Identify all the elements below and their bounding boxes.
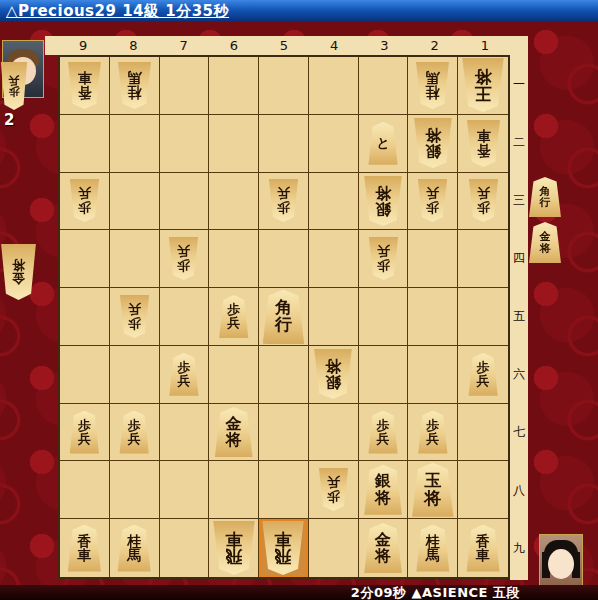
square-7-2[interactable] bbox=[160, 115, 210, 173]
square-1-9[interactable]: 香車 bbox=[458, 519, 508, 577]
piece-gote[interactable]: 歩兵 bbox=[268, 179, 299, 222]
square-3-4[interactable]: 歩兵 bbox=[359, 230, 409, 288]
square-2-1[interactable]: 桂馬 bbox=[408, 57, 458, 115]
square-2-7[interactable]: 歩兵 bbox=[408, 404, 458, 462]
square-9-5[interactable] bbox=[60, 288, 110, 346]
hand-piece-gote-gold[interactable]: 金将 bbox=[0, 244, 37, 300]
square-6-5[interactable]: 歩兵 bbox=[209, 288, 259, 346]
square-1-6[interactable]: 歩兵 bbox=[458, 346, 508, 404]
rank-label-7: 七 bbox=[510, 404, 528, 462]
square-9-3[interactable]: 歩兵 bbox=[60, 173, 110, 231]
piece-kanji: 歩兵 bbox=[78, 419, 91, 446]
piece-kanji: 桂馬 bbox=[426, 71, 440, 100]
shogi-board[interactable]: 香車桂馬桂馬王将と銀将香車歩兵歩兵銀将歩兵歩兵歩兵歩兵歩兵歩兵角行歩兵銀将歩兵歩… bbox=[58, 55, 510, 579]
piece-kanji: 歩兵 bbox=[377, 245, 390, 272]
square-4-9[interactable] bbox=[309, 519, 359, 577]
square-4-3[interactable] bbox=[309, 173, 359, 231]
square-2-2[interactable]: 銀将 bbox=[408, 115, 458, 173]
piece-kanji: 歩兵 bbox=[177, 245, 190, 272]
square-7-5[interactable] bbox=[160, 288, 210, 346]
rank-label-8: 八 bbox=[510, 462, 528, 520]
piece-kanji: 金将 bbox=[375, 532, 391, 565]
piece-kanji: 飛車 bbox=[225, 531, 242, 566]
file-label-6: 6 bbox=[209, 36, 259, 55]
piece-kanji: 歩兵 bbox=[426, 419, 439, 446]
piece-kanji: 歩兵 bbox=[128, 419, 141, 446]
square-9-4[interactable] bbox=[60, 230, 110, 288]
square-8-3[interactable] bbox=[110, 173, 160, 231]
hand-piece-sente-gold[interactable]: 金将 bbox=[528, 222, 562, 263]
piece-kanji: 香車 bbox=[77, 71, 91, 100]
file-label-9: 9 bbox=[58, 36, 108, 55]
square-4-7[interactable] bbox=[309, 404, 359, 462]
piece-kanji: 歩兵 bbox=[78, 188, 91, 215]
rank-label-4: 四 bbox=[510, 229, 528, 287]
file-label-4: 4 bbox=[309, 36, 359, 55]
piece-sente[interactable]: 歩兵 bbox=[468, 353, 499, 396]
piece-kanji: 歩兵 bbox=[377, 419, 390, 446]
piece-sente[interactable]: 桂馬 bbox=[415, 525, 450, 572]
square-5-1[interactable] bbox=[259, 57, 309, 115]
square-1-5[interactable] bbox=[458, 288, 508, 346]
piece-kanji: 歩兵 bbox=[177, 361, 190, 388]
piece-sente[interactable]: 金将 bbox=[214, 407, 254, 457]
square-1-4[interactable] bbox=[458, 230, 508, 288]
piece-gote[interactable]: 歩兵 bbox=[168, 237, 199, 280]
square-2-5[interactable] bbox=[408, 288, 458, 346]
piece-kanji: 歩兵 bbox=[477, 188, 490, 215]
square-8-9[interactable]: 桂馬 bbox=[110, 519, 160, 577]
square-6-4[interactable] bbox=[209, 230, 259, 288]
square-3-3[interactable]: 銀将 bbox=[359, 173, 409, 231]
square-1-8[interactable] bbox=[458, 461, 508, 519]
piece-gote[interactable]: 歩兵 bbox=[368, 237, 399, 280]
square-7-7[interactable] bbox=[160, 404, 210, 462]
square-2-9[interactable]: 桂馬 bbox=[408, 519, 458, 577]
square-1-3[interactable]: 歩兵 bbox=[458, 173, 508, 231]
piece-gote[interactable]: 銀将 bbox=[313, 349, 353, 399]
piece-sente[interactable]: 香車 bbox=[466, 525, 501, 572]
piece-kanji: 銀将 bbox=[425, 127, 441, 160]
piece-sente[interactable]: 歩兵 bbox=[119, 411, 150, 454]
square-8-2[interactable] bbox=[110, 115, 160, 173]
square-9-7[interactable]: 歩兵 bbox=[60, 404, 110, 462]
piece-kanji: 香車 bbox=[476, 534, 490, 563]
square-8-6[interactable] bbox=[110, 346, 160, 404]
square-7-6[interactable]: 歩兵 bbox=[160, 346, 210, 404]
square-1-1[interactable]: 王将 bbox=[458, 57, 508, 115]
square-3-6[interactable] bbox=[359, 346, 409, 404]
square-9-6[interactable] bbox=[60, 346, 110, 404]
square-9-2[interactable] bbox=[60, 115, 110, 173]
piece-sente[interactable]: 歩兵 bbox=[368, 411, 399, 454]
piece-kanji: 銀将 bbox=[325, 358, 341, 391]
piece-gote[interactable]: 歩兵 bbox=[318, 468, 349, 511]
square-3-2[interactable]: と bbox=[359, 115, 409, 173]
square-3-7[interactable]: 歩兵 bbox=[359, 404, 409, 462]
square-9-1[interactable]: 香車 bbox=[60, 57, 110, 115]
square-3-9[interactable]: 金将 bbox=[359, 519, 409, 577]
piece-gote[interactable]: 桂馬 bbox=[415, 62, 450, 109]
player-info-bar: 2分09秒 ▲ASIENCE 五段 bbox=[0, 585, 598, 600]
piece-kanji: 歩兵 bbox=[128, 303, 141, 330]
piece-sente[interactable]: 歩兵 bbox=[69, 411, 100, 454]
piece-kanji: 桂馬 bbox=[127, 534, 141, 563]
square-6-9[interactable]: 飛車 bbox=[209, 519, 259, 577]
square-1-2[interactable]: 香車 bbox=[458, 115, 508, 173]
square-6-8[interactable] bbox=[209, 461, 259, 519]
square-4-8[interactable]: 歩兵 bbox=[309, 461, 359, 519]
hand-piece-gote-pawn[interactable]: 歩兵 bbox=[0, 62, 28, 110]
piece-kanji: 玉将 bbox=[424, 472, 441, 507]
file-label-7: 7 bbox=[158, 36, 208, 55]
piece-kanji: 歩兵 bbox=[9, 75, 20, 98]
rank-label-5: 五 bbox=[510, 287, 528, 345]
square-5-5[interactable]: 角行 bbox=[259, 288, 309, 346]
piece-sente[interactable]: 銀将 bbox=[363, 465, 403, 515]
square-4-5[interactable] bbox=[309, 288, 359, 346]
square-8-4[interactable] bbox=[110, 230, 160, 288]
piece-gote[interactable]: 飛車 bbox=[261, 521, 305, 575]
rank-label-9: 九 bbox=[510, 520, 528, 578]
opponent-info-bar: △Precious29 14級 1分35秒 bbox=[0, 0, 598, 22]
avatar-sente-face bbox=[548, 549, 574, 579]
square-5-8[interactable] bbox=[259, 461, 309, 519]
piece-kanji: 金将 bbox=[12, 259, 25, 286]
piece-kanji: 歩兵 bbox=[227, 303, 240, 330]
piece-kanji: 金将 bbox=[226, 416, 242, 449]
piece-kanji: 香車 bbox=[476, 129, 490, 158]
square-9-9[interactable]: 香車 bbox=[60, 519, 110, 577]
square-3-8[interactable]: 銀将 bbox=[359, 461, 409, 519]
hand-piece-sente-bishop[interactable]: 角行 bbox=[528, 177, 562, 217]
piece-gote[interactable]: 飛車 bbox=[212, 521, 256, 575]
file-label-5: 5 bbox=[259, 36, 309, 55]
square-2-3[interactable]: 歩兵 bbox=[408, 173, 458, 231]
square-8-8[interactable] bbox=[110, 461, 160, 519]
rank-label-1: 一 bbox=[510, 55, 528, 113]
square-7-8[interactable] bbox=[160, 461, 210, 519]
piece-gote[interactable]: 桂馬 bbox=[117, 62, 152, 109]
square-4-1[interactable] bbox=[309, 57, 359, 115]
piece-gote[interactable]: 銀将 bbox=[363, 176, 403, 226]
file-label-8: 8 bbox=[108, 36, 158, 55]
rank-label-2: 二 bbox=[510, 113, 528, 171]
square-4-6[interactable]: 銀将 bbox=[309, 346, 359, 404]
file-label-1: 1 bbox=[460, 36, 510, 55]
piece-kanji: 王将 bbox=[475, 68, 492, 103]
piece-sente[interactable]: 角行 bbox=[261, 289, 305, 343]
square-5-9[interactable]: 飛車 bbox=[259, 519, 309, 577]
piece-gote[interactable]: 香車 bbox=[466, 120, 501, 167]
file-label-2: 2 bbox=[410, 36, 460, 55]
square-6-6[interactable] bbox=[209, 346, 259, 404]
piece-gote[interactable]: 歩兵 bbox=[69, 179, 100, 222]
piece-kanji: 歩兵 bbox=[477, 361, 490, 388]
square-7-4[interactable]: 歩兵 bbox=[160, 230, 210, 288]
square-9-8[interactable] bbox=[60, 461, 110, 519]
piece-sente[interactable]: 歩兵 bbox=[417, 411, 448, 454]
piece-kanji: 歩兵 bbox=[277, 188, 290, 215]
piece-kanji: と bbox=[376, 136, 389, 149]
square-6-2[interactable] bbox=[209, 115, 259, 173]
square-2-6[interactable] bbox=[408, 346, 458, 404]
square-5-7[interactable] bbox=[259, 404, 309, 462]
piece-kanji: 角行 bbox=[275, 299, 292, 334]
rank-label-3: 三 bbox=[510, 171, 528, 229]
piece-kanji: 銀将 bbox=[375, 473, 391, 506]
piece-gote[interactable]: 香車 bbox=[67, 62, 102, 109]
square-2-8[interactable]: 玉将 bbox=[408, 461, 458, 519]
square-4-2[interactable] bbox=[309, 115, 359, 173]
piece-sente[interactable]: 玉将 bbox=[411, 463, 455, 517]
square-7-9[interactable] bbox=[160, 519, 210, 577]
square-6-7[interactable]: 金将 bbox=[209, 404, 259, 462]
square-8-1[interactable]: 桂馬 bbox=[110, 57, 160, 115]
square-5-6[interactable] bbox=[259, 346, 309, 404]
piece-kanji: 歩兵 bbox=[327, 476, 340, 503]
file-label-3: 3 bbox=[359, 36, 409, 55]
piece-kanji: 飛車 bbox=[275, 531, 292, 566]
piece-sente[interactable]: 歩兵 bbox=[218, 295, 249, 338]
piece-kanji: 金将 bbox=[540, 231, 551, 254]
square-4-4[interactable] bbox=[309, 230, 359, 288]
piece-kanji: 角行 bbox=[540, 186, 551, 209]
square-3-5[interactable] bbox=[359, 288, 409, 346]
rank-coordinates-strip: 一二三四五六七八九 bbox=[510, 36, 528, 580]
shogi-app-window: △Precious29 14級 1分35秒 歩兵 2 金将 987654321 … bbox=[0, 0, 598, 600]
square-6-1[interactable] bbox=[209, 57, 259, 115]
piece-kanji: 歩兵 bbox=[426, 188, 439, 215]
piece-sente[interactable]: 香車 bbox=[67, 525, 102, 572]
piece-kanji: 桂馬 bbox=[127, 71, 141, 100]
piece-kanji: 桂馬 bbox=[426, 534, 440, 563]
piece-gote[interactable]: 王将 bbox=[461, 58, 505, 112]
square-5-2[interactable] bbox=[259, 115, 309, 173]
file-coordinates-strip: 987654321 bbox=[45, 36, 528, 55]
piece-sente[interactable]: 桂馬 bbox=[117, 525, 152, 572]
square-5-3[interactable]: 歩兵 bbox=[259, 173, 309, 231]
piece-sente[interactable]: 歩兵 bbox=[168, 353, 199, 396]
avatar-sente bbox=[539, 534, 583, 592]
piece-gote[interactable]: 歩兵 bbox=[468, 179, 499, 222]
square-6-3[interactable] bbox=[209, 173, 259, 231]
square-3-1[interactable] bbox=[359, 57, 409, 115]
square-5-4[interactable] bbox=[259, 230, 309, 288]
piece-sente[interactable]: 金将 bbox=[363, 523, 403, 573]
square-8-5[interactable]: 歩兵 bbox=[110, 288, 160, 346]
square-8-7[interactable]: 歩兵 bbox=[110, 404, 160, 462]
square-1-7[interactable] bbox=[458, 404, 508, 462]
square-7-1[interactable] bbox=[160, 57, 210, 115]
square-7-3[interactable] bbox=[160, 173, 210, 231]
piece-gote[interactable]: 歩兵 bbox=[417, 179, 448, 222]
piece-gote[interactable]: 銀将 bbox=[413, 118, 453, 168]
piece-kanji: 香車 bbox=[77, 534, 91, 563]
piece-sente[interactable]: と bbox=[368, 122, 399, 165]
rank-label-6: 六 bbox=[510, 346, 528, 404]
piece-gote[interactable]: 歩兵 bbox=[119, 295, 150, 338]
square-2-4[interactable] bbox=[408, 230, 458, 288]
piece-kanji: 銀将 bbox=[375, 184, 391, 217]
hand-count-gote-pawn: 2 bbox=[4, 111, 14, 129]
